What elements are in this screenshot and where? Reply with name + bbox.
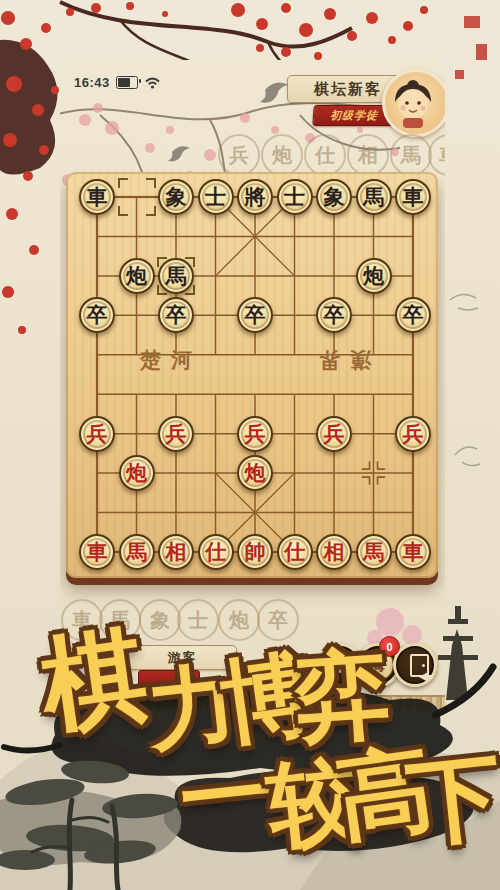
piece-black[interactable]: 卒 — [237, 297, 273, 333]
watermark-piece: 卒 — [257, 599, 299, 641]
piece-red[interactable]: 兵 — [79, 416, 115, 452]
watermark-piece: 士 — [177, 599, 219, 641]
clock-time: 16:43 — [74, 75, 110, 90]
piece-red[interactable]: 兵 — [237, 416, 273, 452]
piece-red[interactable]: 兵 — [158, 416, 194, 452]
piece-red[interactable]: 兵 — [395, 416, 431, 452]
piece-black[interactable]: 卒 — [395, 297, 431, 333]
opponent-avatar[interactable] — [382, 69, 445, 137]
piece-black[interactable]: 士 — [198, 179, 234, 215]
piece-red[interactable]: 車 — [79, 534, 115, 570]
watermark-piece: 炮 — [261, 134, 303, 176]
piece-black[interactable]: 士 — [277, 179, 313, 215]
piece-red[interactable]: 兵 — [316, 416, 352, 452]
banner-char: 弈 — [292, 645, 392, 745]
status-bar: 16:43 — [74, 74, 161, 90]
piece-black[interactable]: 車 — [79, 179, 115, 215]
piece-layer: 車象士將士象馬車炮馬炮卒卒卒卒卒兵兵兵兵兵炮炮車馬相仕帥仕相馬車 — [66, 172, 438, 578]
piece-red[interactable]: 馬 — [119, 534, 155, 570]
last-move-marker — [118, 178, 156, 216]
piece-black[interactable]: 象 — [316, 179, 352, 215]
watermark-piece: 相 — [347, 134, 389, 176]
promo-image: 16:43 棋坛新客 初级学徒 — [0, 0, 500, 890]
banner-char: 下 — [403, 747, 500, 850]
piece-black[interactable]: 炮 — [119, 258, 155, 294]
piece-red[interactable]: 仕 — [277, 534, 313, 570]
watermark-piece: 仕 — [304, 134, 346, 176]
watermark-piece: 馬 — [390, 134, 432, 176]
piece-black[interactable]: 卒 — [316, 297, 352, 333]
piece-red[interactable]: 炮 — [119, 455, 155, 491]
game-screenshot-panel: 16:43 棋坛新客 初级学徒 — [60, 60, 445, 710]
piece-red[interactable]: 相 — [158, 534, 194, 570]
xiangqi-board[interactable]: 楚河 漢界 車象士將士象馬車炮馬炮卒卒卒卒卒兵兵兵兵兵炮炮車馬相仕帥仕相馬車 — [66, 172, 438, 578]
piece-red[interactable]: 仕 — [198, 534, 234, 570]
opponent-name: 棋坛新客 — [314, 80, 382, 99]
piece-black[interactable]: 卒 — [79, 297, 115, 333]
exit-door-icon — [410, 654, 429, 677]
battery-icon — [116, 76, 138, 89]
piece-black[interactable]: 象 — [158, 179, 194, 215]
piece-red[interactable]: 車 — [395, 534, 431, 570]
piece-black[interactable]: 炮 — [356, 258, 392, 294]
watermark-piece: 象 — [139, 599, 181, 641]
piece-black[interactable]: 馬 — [356, 179, 392, 215]
watermark-piece: 兵 — [218, 134, 260, 176]
banner-char: 棋 — [35, 621, 152, 738]
piece-red[interactable]: 炮 — [237, 455, 273, 491]
piece-red[interactable]: 馬 — [356, 534, 392, 570]
piece-black[interactable]: 將 — [237, 179, 273, 215]
piece-red[interactable]: 相 — [316, 534, 352, 570]
piece-black[interactable]: 馬 — [158, 258, 194, 294]
wifi-icon — [144, 76, 161, 89]
piece-black[interactable]: 車 — [395, 179, 431, 215]
watermark-piece: 炮 — [218, 599, 260, 641]
piece-red[interactable]: 帥 — [237, 534, 273, 570]
exit-button[interactable] — [393, 643, 437, 687]
piece-black[interactable]: 卒 — [158, 297, 194, 333]
pine-trees — [0, 758, 179, 870]
